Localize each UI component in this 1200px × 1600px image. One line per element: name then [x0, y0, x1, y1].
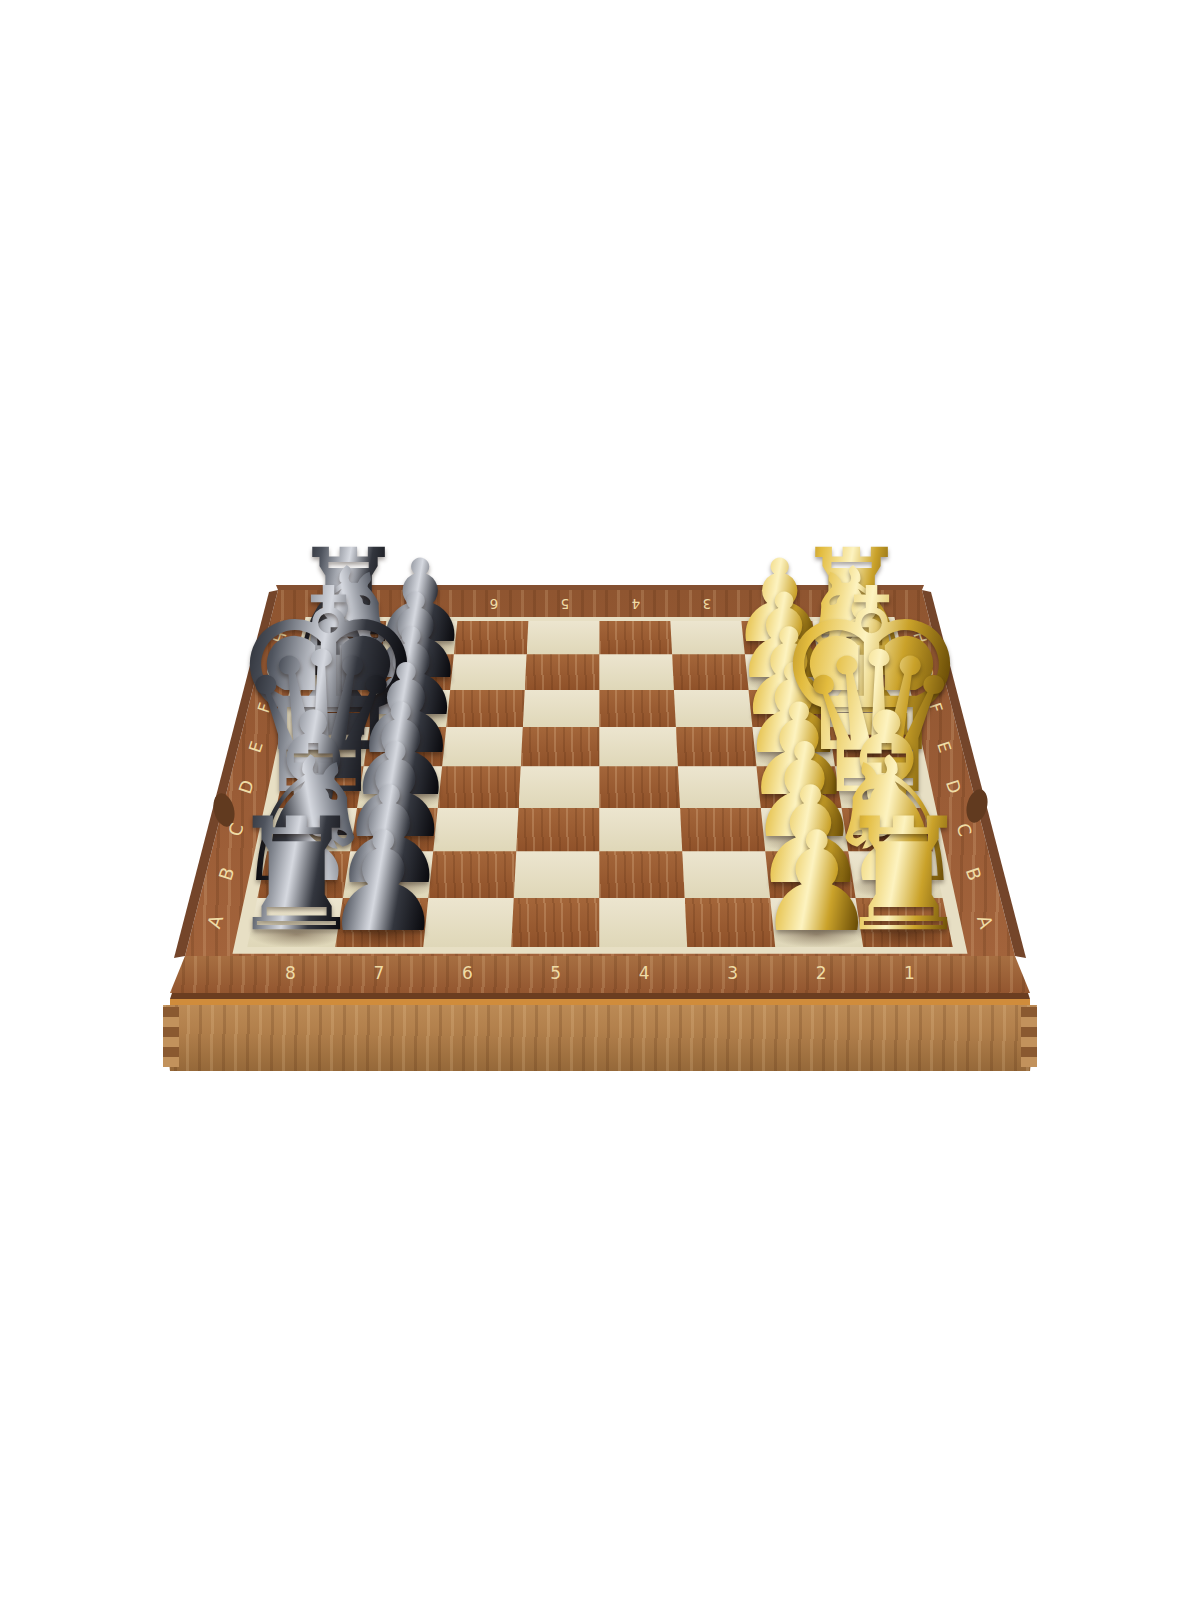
square-c5[interactable]: [516, 808, 601, 853]
coord-number-front-6: 6: [462, 965, 473, 982]
rook-glyph: ♜: [834, 798, 974, 954]
coord-number-back-3: 3: [702, 596, 711, 610]
finger-joint-left: [163, 1027, 179, 1037]
coord-number-back-6: 6: [489, 596, 498, 610]
lid-front-edge: [170, 993, 1030, 999]
square-g5[interactable]: [525, 654, 601, 690]
finger-joint-right: [1021, 1017, 1037, 1027]
finger-joint-right: [1021, 1047, 1037, 1057]
coord-number-front-5: 5: [550, 965, 561, 982]
finger-joint-left: [163, 1017, 179, 1027]
finger-joint-left: [163, 1057, 179, 1067]
wood-grain-texture: [521, 727, 601, 767]
square-d4[interactable]: [599, 766, 681, 808]
square-h5[interactable]: [527, 621, 601, 655]
finger-joint-right: [1021, 1037, 1037, 1047]
wood-grain-texture: [516, 808, 601, 853]
square-a5[interactable]: [511, 898, 601, 948]
coord-number-front-7: 7: [373, 965, 384, 982]
square-h4[interactable]: [599, 621, 673, 655]
square-c4[interactable]: [599, 808, 684, 853]
square-g4[interactable]: [599, 654, 675, 690]
finger-joint-left: [163, 1007, 179, 1017]
wood-grain-texture: [511, 898, 601, 948]
finger-joint-right: [1021, 1007, 1037, 1017]
finger-joint-left: [163, 1037, 179, 1047]
box-amber-seam: [170, 999, 1030, 1005]
wood-grain-texture: [525, 654, 601, 690]
finger-joint-left: [163, 1047, 179, 1057]
square-e4[interactable]: [599, 727, 679, 767]
square-e5[interactable]: [521, 727, 601, 767]
chess-box-scene: AABBCCDDEEFFGGHH8877665544332211 ♜♞♝♛♚♝♞…: [0, 0, 1200, 1600]
finger-joint-right: [1021, 1057, 1037, 1067]
wood-grain-texture: [163, 1005, 1037, 1071]
square-a4[interactable]: [599, 898, 689, 948]
coord-number-front-8: 8: [285, 965, 296, 982]
wood-grain-texture: [599, 621, 673, 655]
finger-joint-right: [1021, 1027, 1037, 1037]
square-f4[interactable]: [599, 690, 677, 728]
pawn-glyph: ♟: [321, 814, 445, 952]
wood-grain-texture: [599, 690, 677, 728]
coord-number-front-1: 1: [904, 965, 915, 982]
coord-number-back-5: 5: [560, 596, 569, 610]
square-f5[interactable]: [523, 690, 601, 728]
coord-number-front-4: 4: [639, 965, 650, 982]
square-d5[interactable]: [519, 766, 601, 808]
wood-grain-texture: [599, 851, 686, 898]
wood-grain-texture: [599, 766, 681, 808]
coord-number-front-3: 3: [727, 965, 738, 982]
coord-number-front-2: 2: [816, 965, 827, 982]
square-b5[interactable]: [514, 851, 601, 898]
square-b4[interactable]: [599, 851, 686, 898]
product-photo: AABBCCDDEEFFGGHH8877665544332211 ♜♞♝♛♚♝♞…: [0, 0, 1200, 1600]
coord-number-back-4: 4: [631, 596, 640, 610]
box-base-face: [163, 1005, 1037, 1071]
